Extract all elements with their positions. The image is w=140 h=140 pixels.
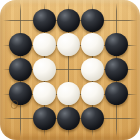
intersection-r4c3 bbox=[56, 81, 80, 106]
black-stone bbox=[81, 107, 104, 130]
intersection-r4c5 bbox=[104, 81, 128, 106]
black-stone bbox=[81, 9, 104, 32]
intersection-r1c3 bbox=[56, 8, 80, 33]
intersection-r3c4 bbox=[80, 57, 104, 82]
intersection-r5c4 bbox=[80, 106, 104, 131]
intersection-r2c5 bbox=[104, 32, 128, 57]
black-stone bbox=[57, 9, 80, 32]
white-stone bbox=[57, 33, 80, 56]
white-stone bbox=[81, 33, 104, 56]
white-stone bbox=[33, 58, 56, 81]
white-stone bbox=[33, 82, 56, 105]
black-stone bbox=[9, 33, 32, 56]
black-stone bbox=[105, 58, 128, 81]
intersection-r3c3 bbox=[56, 57, 80, 82]
white-stone bbox=[33, 33, 56, 56]
white-stone bbox=[81, 58, 104, 81]
stones-grid bbox=[8, 8, 128, 131]
white-stone bbox=[81, 82, 104, 105]
black-stone bbox=[9, 58, 32, 81]
intersection-r3c1 bbox=[8, 57, 32, 82]
intersection-r3c2 bbox=[32, 57, 56, 82]
go-board[interactable] bbox=[0, 0, 140, 140]
intersection-r1c1 bbox=[8, 8, 32, 33]
intersection-r5c2 bbox=[32, 106, 56, 131]
intersection-r2c3 bbox=[56, 32, 80, 57]
intersection-r4c4 bbox=[80, 81, 104, 106]
white-stone bbox=[57, 82, 80, 105]
black-stone bbox=[33, 107, 56, 130]
intersection-r2c1 bbox=[8, 32, 32, 57]
intersection-r2c2 bbox=[32, 32, 56, 57]
intersection-r5c5 bbox=[104, 106, 128, 131]
black-stone bbox=[105, 82, 128, 105]
intersection-r1c2 bbox=[32, 8, 56, 33]
black-stone bbox=[57, 107, 80, 130]
intersection-r2c4 bbox=[80, 32, 104, 57]
intersection-r4c2 bbox=[32, 81, 56, 106]
black-stone bbox=[33, 9, 56, 32]
intersection-r5c1 bbox=[8, 106, 32, 131]
intersection-r1c5 bbox=[104, 8, 128, 33]
intersection-r5c3 bbox=[56, 106, 80, 131]
intersection-r1c4 bbox=[80, 8, 104, 33]
intersection-r3c5 bbox=[104, 57, 128, 82]
black-stone bbox=[105, 33, 128, 56]
